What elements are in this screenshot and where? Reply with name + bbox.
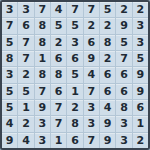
grid-cell[interactable]: 6 [18, 18, 33, 33]
grid-cell[interactable]: 2 [100, 51, 115, 66]
grid-cell[interactable]: 3 [2, 2, 17, 17]
grid-cell[interactable]: 6 [133, 100, 148, 115]
grid-cell[interactable]: 2 [51, 35, 66, 50]
grid-cell[interactable]: 8 [116, 100, 131, 115]
grid-cell[interactable]: 5 [67, 67, 82, 82]
grid-cell[interactable]: 2 [100, 18, 115, 33]
grid-cell[interactable]: 5 [2, 100, 17, 115]
grid-cell[interactable]: 6 [116, 84, 131, 99]
grid-cell[interactable]: 4 [84, 67, 99, 82]
grid-cell[interactable]: 2 [18, 67, 33, 82]
grid-cell[interactable]: 9 [84, 51, 99, 66]
grid-cell[interactable]: 8 [35, 35, 50, 50]
grid-cell[interactable]: 2 [18, 116, 33, 131]
grid-cell[interactable]: 5 [100, 2, 115, 17]
grid-cell[interactable]: 6 [100, 84, 115, 99]
grid-cell[interactable]: 5 [18, 84, 33, 99]
grid-cell[interactable]: 7 [51, 100, 66, 115]
grid-cell[interactable]: 3 [67, 35, 82, 50]
grid-cell[interactable]: 5 [67, 18, 82, 33]
grid-cell[interactable]: 5 [116, 35, 131, 50]
grid-cell[interactable]: 7 [84, 84, 99, 99]
grid-cell[interactable]: 2 [133, 133, 148, 148]
grid-cell[interactable]: 9 [133, 67, 148, 82]
grid-cell[interactable]: 5 [51, 18, 66, 33]
grid-cell[interactable]: 5 [133, 51, 148, 66]
grid-cell[interactable]: 8 [35, 67, 50, 82]
grid-cell[interactable]: 7 [67, 2, 82, 17]
grid-cell[interactable]: 7 [116, 51, 131, 66]
grid-cell[interactable]: 8 [100, 35, 115, 50]
grid-cell[interactable]: 6 [67, 51, 82, 66]
grid-cell[interactable]: 9 [100, 116, 115, 131]
grid-cell[interactable]: 5 [2, 84, 17, 99]
grid-cell[interactable]: 9 [100, 133, 115, 148]
grid-cell[interactable]: 1 [35, 51, 50, 66]
grid-cell[interactable]: 3 [2, 67, 17, 82]
grid-cell[interactable]: 3 [133, 18, 148, 33]
grid-cell[interactable]: 2 [84, 18, 99, 33]
grid-cell[interactable]: 7 [35, 2, 50, 17]
grid-cell[interactable]: 2 [133, 2, 148, 17]
grid-cell[interactable]: 5 [2, 35, 17, 50]
grid-cell[interactable]: 4 [100, 100, 115, 115]
grid-cell[interactable]: 1 [51, 133, 66, 148]
grid-cell[interactable]: 4 [51, 2, 66, 17]
grid-cell[interactable]: 9 [35, 100, 50, 115]
grid-cell[interactable]: 9 [116, 18, 131, 33]
grid-cell[interactable]: 3 [35, 116, 50, 131]
grid-cell[interactable]: 7 [51, 116, 66, 131]
grid-cell[interactable]: 7 [18, 51, 33, 66]
grid-cell[interactable]: 6 [100, 67, 115, 82]
puzzle-board: 3374775227685522935782368538716692753288… [0, 0, 150, 150]
grid-cell[interactable]: 7 [2, 18, 17, 33]
grid-cell[interactable]: 3 [116, 133, 131, 148]
grid-cell[interactable]: 6 [51, 51, 66, 66]
grid-cell[interactable]: 1 [67, 84, 82, 99]
grid-cell[interactable]: 7 [18, 35, 33, 50]
grid-cell[interactable]: 9 [2, 133, 17, 148]
grid-cell[interactable]: 8 [2, 51, 17, 66]
grid-cell[interactable]: 7 [84, 133, 99, 148]
grid-cell[interactable]: 2 [116, 2, 131, 17]
grid-cell[interactable]: 2 [67, 100, 82, 115]
grid-cell[interactable]: 6 [51, 84, 66, 99]
grid-cell[interactable]: 7 [35, 84, 50, 99]
grid-cell[interactable]: 6 [84, 35, 99, 50]
grid-cell[interactable]: 7 [84, 2, 99, 17]
grid-cell[interactable]: 3 [116, 116, 131, 131]
grid-cell[interactable]: 3 [18, 2, 33, 17]
grid-cell[interactable]: 1 [133, 116, 148, 131]
grid-cell[interactable]: 8 [35, 18, 50, 33]
grid-cell[interactable]: 6 [67, 133, 82, 148]
grid-cell[interactable]: 3 [35, 133, 50, 148]
grid-cell[interactable]: 3 [84, 100, 99, 115]
grid-cell[interactable]: 3 [133, 35, 148, 50]
grid-cell[interactable]: 9 [133, 84, 148, 99]
grid-cell[interactable]: 4 [18, 133, 33, 148]
grid-cell[interactable]: 4 [2, 116, 17, 131]
grid-cell[interactable]: 8 [67, 116, 82, 131]
grid-cell[interactable]: 1 [18, 100, 33, 115]
grid-cell[interactable]: 3 [84, 116, 99, 131]
grid-cell[interactable]: 6 [116, 67, 131, 82]
grid-cell[interactable]: 8 [51, 67, 66, 82]
